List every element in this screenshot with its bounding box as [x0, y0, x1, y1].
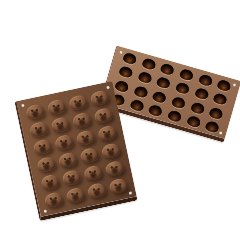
- embossed-bump: [58, 152, 78, 169]
- embossed-bump: [75, 129, 95, 146]
- bump-cell: [46, 98, 67, 115]
- bump-cell: [32, 138, 53, 155]
- cavity-cell: [198, 74, 213, 87]
- chocolate-cavity: [190, 101, 205, 114]
- chocolate-cavity: [122, 52, 137, 65]
- bump-cell: [75, 129, 96, 146]
- cavity-cell: [213, 93, 228, 106]
- chocolate-cavity: [133, 85, 148, 98]
- embossed-bump: [65, 187, 85, 204]
- embossed-bump: [93, 107, 113, 124]
- photo-background: [0, 0, 240, 240]
- chocolate-cavity: [209, 107, 224, 120]
- embossed-bump: [29, 121, 49, 138]
- chocolate-cavity: [194, 88, 209, 101]
- embossed-bump: [79, 147, 99, 164]
- cavity-cell: [167, 109, 182, 122]
- cavity-cell: [186, 115, 201, 128]
- chocolate-cavity: [160, 63, 175, 76]
- cavity-cell: [171, 96, 186, 109]
- chocolate-cavity: [186, 115, 201, 128]
- cavity-cell: [156, 76, 171, 89]
- bump-cell: [40, 173, 61, 190]
- cavity-cell: [194, 87, 209, 100]
- cavity-cell: [190, 101, 205, 114]
- bump-cell: [43, 191, 64, 208]
- embossed-bump: [32, 139, 52, 156]
- cavity-cell: [209, 106, 224, 119]
- bump-cell: [25, 103, 46, 120]
- chocolate-cavity: [156, 77, 171, 90]
- bump-cell: [28, 121, 49, 138]
- cavity-cell: [114, 79, 129, 92]
- embossed-bump: [25, 103, 45, 120]
- bump-cell: [79, 147, 100, 164]
- chocolate-cavity: [129, 99, 144, 112]
- embossed-bump: [108, 178, 128, 195]
- embossed-bump: [83, 165, 103, 182]
- cavity-cell: [122, 52, 137, 65]
- bump-cell: [61, 169, 82, 186]
- chocolate-cavity: [114, 80, 129, 93]
- bump-cell: [89, 89, 110, 106]
- chocolate-cavity: [179, 69, 194, 82]
- chocolate-cavity: [213, 93, 228, 106]
- embossed-bump: [68, 94, 88, 111]
- cavity-cell: [205, 120, 220, 133]
- embossed-bump: [36, 156, 56, 173]
- cavity-cell: [160, 63, 175, 76]
- embossed-bump: [54, 134, 74, 151]
- embossed-bump: [101, 142, 121, 159]
- embossed-bump: [61, 169, 81, 186]
- chocolate-cavity: [152, 91, 167, 104]
- chocolate-cavity: [118, 66, 133, 79]
- cavity-cell: [175, 82, 190, 95]
- bump-cell: [68, 94, 89, 111]
- embossed-bump: [72, 112, 92, 129]
- bump-cell: [57, 151, 78, 168]
- bump-cell: [71, 111, 92, 128]
- cavity-cell: [133, 85, 148, 98]
- bump-cell: [86, 182, 107, 199]
- bump-cell: [100, 142, 121, 159]
- bump-cell: [97, 124, 118, 141]
- cavity-cell: [152, 90, 167, 103]
- chocolate-cavity: [141, 58, 156, 71]
- cavity-cell: [179, 68, 194, 81]
- embossed-bump: [90, 90, 110, 107]
- chocolate-cavity: [137, 71, 152, 84]
- cavity-cell: [141, 57, 156, 70]
- embossed-bump: [87, 182, 107, 199]
- cavity-cell: [217, 79, 232, 92]
- cavity-cell: [137, 71, 152, 84]
- bump-cell: [108, 177, 129, 194]
- bump-cell: [93, 107, 114, 124]
- embossed-bump: [104, 160, 124, 177]
- bump-cell: [50, 116, 71, 133]
- chocolate-cavity: [198, 74, 213, 87]
- embossed-bump: [44, 191, 64, 208]
- bump-cell: [104, 160, 125, 177]
- embossed-bump: [50, 116, 70, 133]
- chocolate-cavity: [205, 120, 220, 133]
- bump-cell: [36, 156, 57, 173]
- chocolate-cavity: [167, 110, 182, 123]
- cavity-cell: [118, 66, 133, 79]
- embossed-bump: [46, 99, 66, 116]
- embossed-bump: [40, 174, 60, 191]
- bump-cell: [65, 186, 86, 203]
- chocolate-cavity: [171, 96, 186, 109]
- bump-cell: [83, 164, 104, 181]
- chocolate-cavity: [175, 82, 190, 95]
- chocolate-cavity: [217, 79, 232, 92]
- cavity-cell: [129, 98, 144, 111]
- embossed-bump: [97, 125, 117, 142]
- cavity-cell: [148, 104, 163, 117]
- chocolate-cavity: [148, 104, 163, 117]
- bump-cell: [54, 134, 75, 151]
